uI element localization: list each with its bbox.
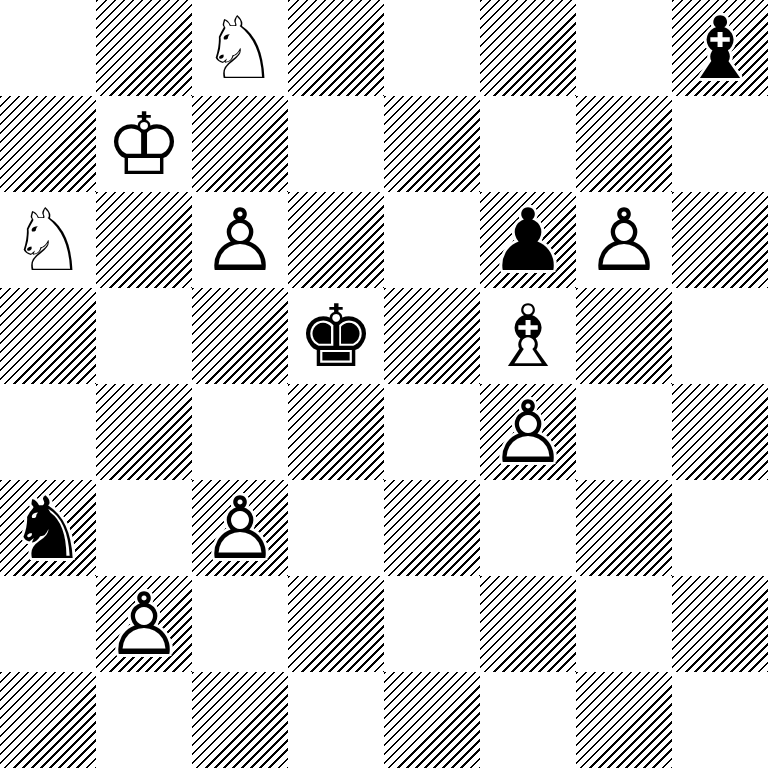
square-g3[interactable] bbox=[576, 480, 672, 576]
white-pawn-piece[interactable]: ♟♙ bbox=[192, 192, 288, 288]
square-f8[interactable] bbox=[480, 0, 576, 96]
square-a1[interactable] bbox=[0, 672, 96, 768]
square-f5[interactable]: ♝♗ bbox=[480, 288, 576, 384]
square-h1[interactable] bbox=[672, 672, 768, 768]
square-b1[interactable] bbox=[96, 672, 192, 768]
square-a3[interactable]: ♞♞ bbox=[0, 480, 96, 576]
square-e5[interactable] bbox=[384, 288, 480, 384]
square-c3[interactable]: ♟♙ bbox=[192, 480, 288, 576]
black-pawn-piece[interactable]: ♟♟ bbox=[480, 192, 576, 288]
white-pawn-piece[interactable]: ♟♙ bbox=[96, 576, 192, 672]
white-bishop-piece[interactable]: ♝♗ bbox=[480, 288, 576, 384]
white-king-icon: ♔ bbox=[105, 96, 182, 192]
square-h5[interactable] bbox=[672, 288, 768, 384]
white-king-piece[interactable]: ♚♔ bbox=[96, 96, 192, 192]
white-knight-icon: ♘ bbox=[201, 0, 278, 96]
white-pawn-icon: ♙ bbox=[489, 384, 566, 480]
square-d4[interactable] bbox=[288, 384, 384, 480]
square-b7[interactable]: ♚♔ bbox=[96, 96, 192, 192]
black-king-piece[interactable]: ♚♚ bbox=[288, 288, 384, 384]
square-b8[interactable] bbox=[96, 0, 192, 96]
square-a8[interactable] bbox=[0, 0, 96, 96]
white-pawn-piece[interactable]: ♟♙ bbox=[480, 384, 576, 480]
square-h8[interactable]: ♝♝ bbox=[672, 0, 768, 96]
square-h3[interactable] bbox=[672, 480, 768, 576]
square-b6[interactable] bbox=[96, 192, 192, 288]
white-knight-piece[interactable]: ♞♘ bbox=[0, 192, 96, 288]
square-e4[interactable] bbox=[384, 384, 480, 480]
square-d1[interactable] bbox=[288, 672, 384, 768]
square-f6[interactable]: ♟♟ bbox=[480, 192, 576, 288]
square-h4[interactable] bbox=[672, 384, 768, 480]
square-h2[interactable] bbox=[672, 576, 768, 672]
square-g8[interactable] bbox=[576, 0, 672, 96]
square-f4[interactable]: ♟♙ bbox=[480, 384, 576, 480]
square-d5[interactable]: ♚♚ bbox=[288, 288, 384, 384]
square-b4[interactable] bbox=[96, 384, 192, 480]
square-f7[interactable] bbox=[480, 96, 576, 192]
square-c2[interactable] bbox=[192, 576, 288, 672]
black-knight-icon: ♞ bbox=[9, 480, 86, 576]
square-f2[interactable] bbox=[480, 576, 576, 672]
square-f1[interactable] bbox=[480, 672, 576, 768]
square-c8[interactable]: ♞♘ bbox=[192, 0, 288, 96]
square-d8[interactable] bbox=[288, 0, 384, 96]
square-e6[interactable] bbox=[384, 192, 480, 288]
square-e7[interactable] bbox=[384, 96, 480, 192]
square-g2[interactable] bbox=[576, 576, 672, 672]
white-knight-piece[interactable]: ♞♘ bbox=[192, 0, 288, 96]
white-pawn-piece[interactable]: ♟♙ bbox=[192, 480, 288, 576]
black-pawn-icon: ♟ bbox=[489, 192, 566, 288]
square-b3[interactable] bbox=[96, 480, 192, 576]
white-knight-icon: ♘ bbox=[9, 192, 86, 288]
square-d2[interactable] bbox=[288, 576, 384, 672]
black-king-icon: ♚ bbox=[297, 288, 374, 384]
square-g7[interactable] bbox=[576, 96, 672, 192]
square-d3[interactable] bbox=[288, 480, 384, 576]
white-pawn-icon: ♙ bbox=[105, 576, 182, 672]
square-h6[interactable] bbox=[672, 192, 768, 288]
white-bishop-icon: ♗ bbox=[489, 288, 566, 384]
square-a5[interactable] bbox=[0, 288, 96, 384]
white-pawn-icon: ♙ bbox=[201, 192, 278, 288]
square-d7[interactable] bbox=[288, 96, 384, 192]
square-e3[interactable] bbox=[384, 480, 480, 576]
square-e2[interactable] bbox=[384, 576, 480, 672]
square-e8[interactable] bbox=[384, 0, 480, 96]
square-c7[interactable] bbox=[192, 96, 288, 192]
square-a6[interactable]: ♞♘ bbox=[0, 192, 96, 288]
square-h7[interactable] bbox=[672, 96, 768, 192]
white-pawn-icon: ♙ bbox=[201, 480, 278, 576]
square-g6[interactable]: ♟♙ bbox=[576, 192, 672, 288]
square-b5[interactable] bbox=[96, 288, 192, 384]
square-d6[interactable] bbox=[288, 192, 384, 288]
square-c5[interactable] bbox=[192, 288, 288, 384]
square-a4[interactable] bbox=[0, 384, 96, 480]
square-c1[interactable] bbox=[192, 672, 288, 768]
square-c4[interactable] bbox=[192, 384, 288, 480]
black-bishop-icon: ♝ bbox=[681, 0, 758, 96]
square-a7[interactable] bbox=[0, 96, 96, 192]
white-pawn-piece[interactable]: ♟♙ bbox=[576, 192, 672, 288]
square-b2[interactable]: ♟♙ bbox=[96, 576, 192, 672]
black-bishop-piece[interactable]: ♝♝ bbox=[672, 0, 768, 96]
square-g5[interactable] bbox=[576, 288, 672, 384]
square-a2[interactable] bbox=[0, 576, 96, 672]
square-g4[interactable] bbox=[576, 384, 672, 480]
black-knight-piece[interactable]: ♞♞ bbox=[0, 480, 96, 576]
square-f3[interactable] bbox=[480, 480, 576, 576]
square-e1[interactable] bbox=[384, 672, 480, 768]
square-g1[interactable] bbox=[576, 672, 672, 768]
white-pawn-icon: ♙ bbox=[585, 192, 662, 288]
square-c6[interactable]: ♟♙ bbox=[192, 192, 288, 288]
chess-board: ♞♘♝♝♚♔♞♘♟♙♟♟♟♙♚♚♝♗♟♙♞♞♟♙♟♙ bbox=[0, 0, 768, 768]
